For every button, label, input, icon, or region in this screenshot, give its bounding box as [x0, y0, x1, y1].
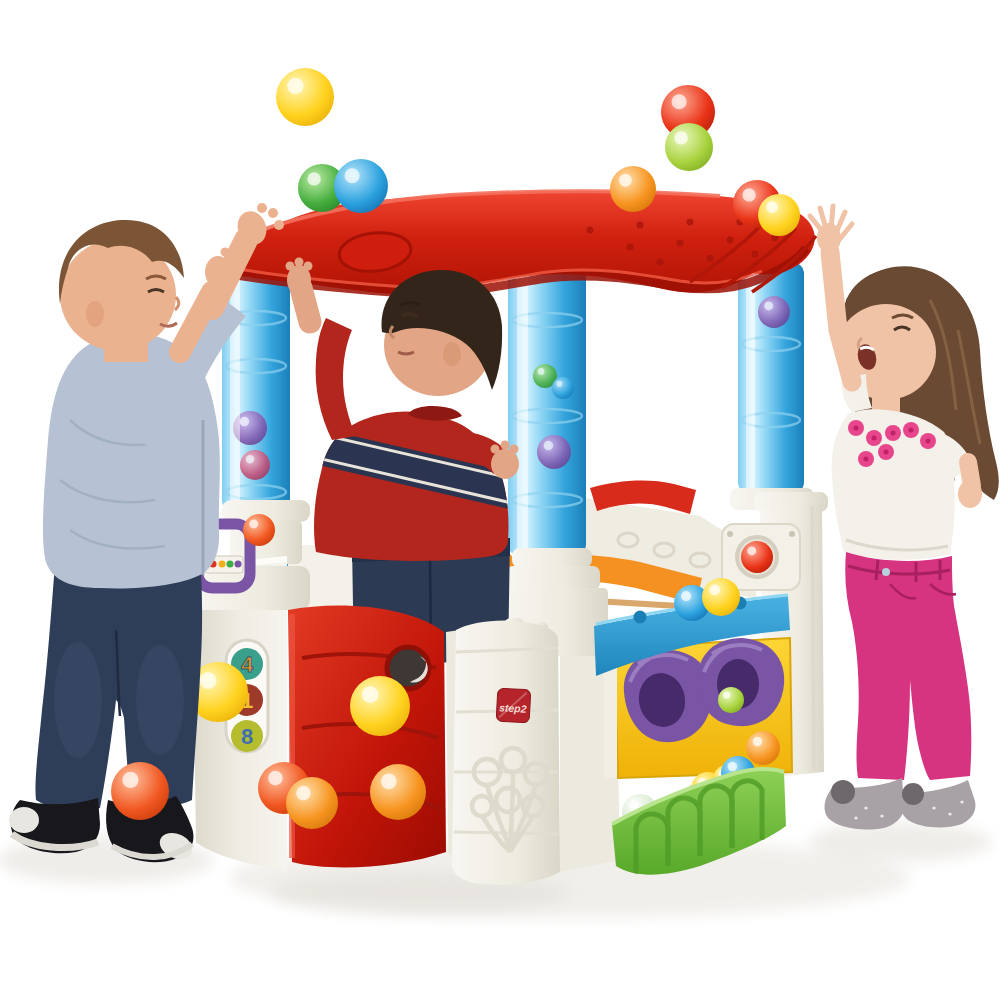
playhouse: 4 1 8 step2 — [188, 180, 828, 885]
ball-highlight — [681, 591, 691, 601]
ball-orange — [746, 731, 780, 765]
column-right — [730, 262, 814, 510]
ball-orange — [610, 166, 656, 212]
boy-center-right-hand — [491, 449, 519, 479]
ball-red — [741, 541, 773, 573]
boy-center-ear — [443, 342, 461, 366]
girl-right-hand — [958, 480, 982, 508]
ball-highlight — [709, 584, 720, 595]
ball-highlight — [764, 301, 773, 310]
ball-highlight — [742, 188, 755, 201]
ball-highlight — [249, 519, 258, 528]
ball-highlight — [362, 686, 379, 703]
ball-highlight — [122, 772, 138, 788]
ball-highlight — [296, 786, 311, 801]
ball-highlight — [619, 174, 632, 187]
child-girl-right — [810, 206, 999, 830]
ball-purple — [758, 296, 790, 328]
digit-8: 8 — [241, 724, 253, 749]
ball-blue — [334, 159, 388, 213]
ball-highlight — [766, 201, 778, 213]
ball-yellow — [758, 194, 800, 236]
ball-highlight — [556, 381, 562, 387]
balls-tube-right — [758, 296, 790, 328]
boy-center-raised-sleeve — [316, 318, 356, 440]
ball-highlight — [246, 455, 254, 463]
ball-yellow — [276, 68, 334, 126]
ball-orange — [370, 764, 426, 820]
ball-orange — [286, 777, 338, 829]
ball-highlight — [728, 762, 738, 772]
balls-in-tunnel — [718, 687, 744, 713]
pants-button — [882, 568, 890, 576]
ball-highlight — [723, 691, 730, 698]
girl-pink-pants — [845, 552, 971, 780]
step2-logo: step2 — [496, 688, 531, 723]
front-post: step2 — [452, 618, 560, 885]
tunnel-right — [698, 638, 784, 726]
door — [258, 605, 460, 867]
ball-highlight — [381, 774, 397, 790]
shoe2-pom — [902, 783, 924, 805]
ball-highlight — [287, 78, 303, 94]
ball-blue — [552, 377, 574, 399]
ball-highlight — [307, 172, 320, 185]
ball-redorange — [243, 514, 275, 546]
ball-redorange — [111, 762, 169, 820]
photo-canvas: 4 1 8 step2 — [0, 0, 1000, 1000]
ball-highlight — [747, 546, 756, 555]
girl-shadow — [808, 822, 992, 862]
ball-highlight — [240, 417, 250, 427]
tube-center-base — [512, 548, 592, 568]
ball-yellow — [350, 676, 410, 736]
digit-4: 4 — [241, 652, 254, 677]
boy-left-handB — [205, 256, 231, 288]
ball-highlight — [200, 672, 217, 689]
ball-highlight — [753, 737, 763, 747]
ball-highlight — [674, 131, 687, 144]
ball-highlight — [544, 441, 554, 451]
ball-lime — [665, 123, 713, 171]
ball-magenta — [240, 450, 270, 480]
ball-highlight — [268, 771, 283, 786]
balls-in-window — [741, 541, 773, 573]
shoe1-pom — [831, 780, 855, 804]
ball-purple — [537, 435, 571, 469]
boy-left-ear — [86, 301, 104, 327]
ball-highlight — [345, 168, 360, 183]
ball-lime — [718, 687, 744, 713]
balls-on-gate — [243, 514, 275, 546]
ball-highlight — [538, 368, 545, 375]
ball-yellow — [702, 578, 740, 616]
product-photo: 4 1 8 step2 — [0, 0, 1000, 1000]
ball-highlight — [672, 94, 687, 109]
